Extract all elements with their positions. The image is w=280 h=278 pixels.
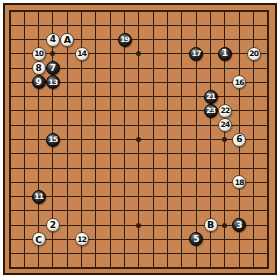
grid-line-horizontal — [9, 210, 269, 211]
stone-white-22[interactable]: 22 — [218, 104, 232, 118]
stone-white-8[interactable]: 8 — [32, 61, 46, 75]
grid-line-vertical — [267, 10, 269, 269]
stone-black-11[interactable]: 11 — [32, 190, 46, 204]
grid-line-horizontal — [9, 267, 269, 269]
stone-black-19[interactable]: 19 — [118, 33, 132, 47]
grid-line-horizontal — [9, 239, 269, 240]
stone-white-10[interactable]: 10 — [32, 47, 46, 61]
stone-black-15[interactable]: 15 — [46, 133, 60, 147]
stone-black-9[interactable]: 9 — [32, 75, 46, 89]
stone-white-4[interactable]: 4 — [46, 33, 60, 47]
stone-white-B[interactable]: B — [204, 218, 218, 232]
stone-black-21[interactable]: 21 — [204, 90, 218, 104]
go-diagram: 123456789101112131415161718192021222324A… — [0, 0, 280, 278]
grid-line-vertical — [167, 10, 168, 269]
grid-line-horizontal — [9, 153, 269, 154]
grid-line-horizontal — [9, 196, 269, 197]
stone-white-A[interactable]: A — [60, 33, 74, 47]
stone-white-14[interactable]: 14 — [75, 47, 89, 61]
stone-white-6[interactable]: 6 — [232, 133, 246, 147]
grid-line-horizontal — [9, 168, 269, 169]
stone-black-23[interactable]: 23 — [204, 104, 218, 118]
grid-line-horizontal — [9, 253, 269, 254]
stone-black-1[interactable]: 1 — [218, 47, 232, 61]
grid-line-vertical — [181, 10, 182, 269]
stone-black-7[interactable]: 7 — [46, 61, 60, 75]
stone-white-20[interactable]: 20 — [247, 47, 261, 61]
grid-line-vertical — [153, 10, 154, 269]
grid-line-horizontal — [9, 182, 269, 183]
